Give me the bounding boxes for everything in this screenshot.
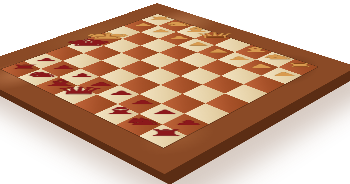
board-perspective-wrapper: ♜♞♟♝♟♛♟♚♟♚♝♟♞♟♟♜♟♟♜♟♟♞♟♝♟♛♟♟♝♟♞♜	[0, 0, 350, 184]
chess-board: ♜♞♟♝♟♛♟♚♟♚♝♟♞♟♟♜♟♟♜♟♟♞♟♝♟♛♟♟♝♟♞♜	[0, 3, 350, 174]
knight-glyph: ♞	[119, 116, 165, 126]
bishop-glyph: ♝	[234, 46, 277, 53]
pawn-glyph: ♟	[50, 65, 78, 70]
rook-glyph: ♜	[146, 128, 187, 137]
pawn-glyph: ♟	[33, 57, 61, 62]
king-glyph: ♚	[61, 38, 114, 47]
rook-glyph: ♜	[282, 62, 318, 68]
pawn-glyph: ♟	[173, 119, 205, 126]
knight-glyph: ♞	[257, 54, 298, 61]
chess-set-product-photo: ♜♞♟♝♟♛♟♚♟♚♝♟♞♟♟♜♟♟♜♟♟♞♟♝♟♛♟♟♝♟♞♜	[0, 0, 350, 184]
queen-glyph: ♛	[51, 85, 107, 96]
pawn-glyph: ♟	[205, 49, 231, 53]
pawn-glyph: ♟	[167, 35, 192, 39]
pawn-glyph: ♟	[107, 90, 137, 96]
pawn-glyph: ♟	[247, 64, 275, 69]
pawn-glyph: ♟	[226, 56, 253, 61]
pawn-glyph: ♟	[149, 29, 173, 33]
bishop-glyph: ♝	[95, 106, 145, 116]
pawn-glyph: ♟	[186, 42, 212, 46]
pawn-glyph: ♟	[132, 23, 156, 27]
pawn-glyph: ♟	[150, 109, 181, 115]
queen-glyph: ♛	[192, 32, 239, 40]
pawn-glyph: ♟	[270, 71, 299, 76]
